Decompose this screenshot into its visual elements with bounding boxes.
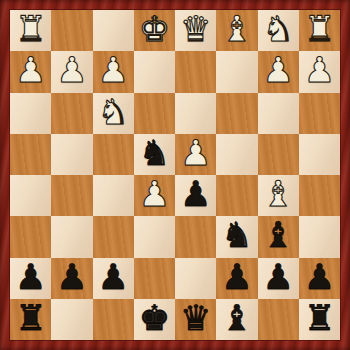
square-d2[interactable] <box>175 51 216 92</box>
square-b3[interactable] <box>258 93 299 134</box>
square-g1[interactable] <box>51 10 92 51</box>
white-pawn-f2[interactable]: ♟ <box>97 50 128 91</box>
black-pawn-c7[interactable]: ♟ <box>221 257 252 298</box>
white-rook-h1[interactable]: ♜ <box>15 9 46 50</box>
square-b4[interactable] <box>258 134 299 175</box>
square-b2[interactable]: ♟ <box>258 51 299 92</box>
square-g5[interactable] <box>51 175 92 216</box>
black-queen-d8[interactable]: ♛ <box>180 298 211 339</box>
square-f6[interactable] <box>93 216 134 257</box>
square-f7[interactable]: ♟ <box>93 258 134 299</box>
square-e3[interactable] <box>134 93 175 134</box>
square-b8[interactable] <box>258 299 299 340</box>
square-c5[interactable] <box>216 175 257 216</box>
white-pawn-h2[interactable]: ♟ <box>15 50 46 91</box>
white-bishop-b5[interactable]: ♝ <box>262 174 293 215</box>
black-rook-a8[interactable]: ♜ <box>304 298 335 339</box>
square-f5[interactable] <box>93 175 134 216</box>
white-queen-d1[interactable]: ♛ <box>180 9 211 50</box>
square-c6[interactable]: ♞ <box>216 216 257 257</box>
square-a1[interactable]: ♜ <box>299 10 340 51</box>
square-h4[interactable] <box>10 134 51 175</box>
square-g7[interactable]: ♟ <box>51 258 92 299</box>
square-h1[interactable]: ♜ <box>10 10 51 51</box>
chess-board: ♜♚♛♝♞♜♟♟♟♟♟♞♞♟♟♟♝♞♝♟♟♟♟♟♟♜♚♛♝♜ <box>10 10 340 340</box>
square-h7[interactable]: ♟ <box>10 258 51 299</box>
square-g2[interactable]: ♟ <box>51 51 92 92</box>
black-rook-h8[interactable]: ♜ <box>15 298 46 339</box>
square-d4[interactable]: ♟ <box>175 134 216 175</box>
square-g6[interactable] <box>51 216 92 257</box>
white-pawn-a2[interactable]: ♟ <box>304 50 335 91</box>
white-bishop-c1[interactable]: ♝ <box>221 9 252 50</box>
square-e1[interactable]: ♚ <box>134 10 175 51</box>
square-a4[interactable] <box>299 134 340 175</box>
square-b7[interactable]: ♟ <box>258 258 299 299</box>
square-e4[interactable]: ♞ <box>134 134 175 175</box>
square-f2[interactable]: ♟ <box>93 51 134 92</box>
square-c3[interactable] <box>216 93 257 134</box>
white-knight-f3[interactable]: ♞ <box>97 92 128 133</box>
square-f8[interactable] <box>93 299 134 340</box>
white-pawn-e5[interactable]: ♟ <box>139 174 170 215</box>
square-c7[interactable]: ♟ <box>216 258 257 299</box>
chess-board-frame: ♜♚♛♝♞♜♟♟♟♟♟♞♞♟♟♟♝♞♝♟♟♟♟♟♟♜♚♛♝♜ <box>0 0 350 350</box>
black-pawn-d5[interactable]: ♟ <box>180 174 211 215</box>
black-pawn-f7[interactable]: ♟ <box>97 257 128 298</box>
square-f4[interactable] <box>93 134 134 175</box>
square-e2[interactable] <box>134 51 175 92</box>
square-c1[interactable]: ♝ <box>216 10 257 51</box>
square-d8[interactable]: ♛ <box>175 299 216 340</box>
white-pawn-b2[interactable]: ♟ <box>262 50 293 91</box>
square-f1[interactable] <box>93 10 134 51</box>
black-pawn-h7[interactable]: ♟ <box>15 257 46 298</box>
square-f3[interactable]: ♞ <box>93 93 134 134</box>
black-pawn-b7[interactable]: ♟ <box>262 257 293 298</box>
white-pawn-d4[interactable]: ♟ <box>180 133 211 174</box>
black-bishop-b6[interactable]: ♝ <box>262 215 293 256</box>
square-h5[interactable] <box>10 175 51 216</box>
white-knight-b1[interactable]: ♞ <box>262 9 293 50</box>
square-a5[interactable] <box>299 175 340 216</box>
square-e6[interactable] <box>134 216 175 257</box>
square-e8[interactable]: ♚ <box>134 299 175 340</box>
square-h3[interactable] <box>10 93 51 134</box>
square-b1[interactable]: ♞ <box>258 10 299 51</box>
square-a3[interactable] <box>299 93 340 134</box>
square-d3[interactable] <box>175 93 216 134</box>
square-a7[interactable]: ♟ <box>299 258 340 299</box>
square-c4[interactable] <box>216 134 257 175</box>
square-a2[interactable]: ♟ <box>299 51 340 92</box>
square-e7[interactable] <box>134 258 175 299</box>
square-a8[interactable]: ♜ <box>299 299 340 340</box>
square-h6[interactable] <box>10 216 51 257</box>
white-king-e1[interactable]: ♚ <box>139 9 170 50</box>
square-b6[interactable]: ♝ <box>258 216 299 257</box>
black-pawn-g7[interactable]: ♟ <box>56 257 87 298</box>
square-d7[interactable] <box>175 258 216 299</box>
square-d1[interactable]: ♛ <box>175 10 216 51</box>
square-g4[interactable] <box>51 134 92 175</box>
square-d5[interactable]: ♟ <box>175 175 216 216</box>
black-bishop-c8[interactable]: ♝ <box>221 298 252 339</box>
square-h8[interactable]: ♜ <box>10 299 51 340</box>
square-c8[interactable]: ♝ <box>216 299 257 340</box>
square-g3[interactable] <box>51 93 92 134</box>
black-king-e8[interactable]: ♚ <box>139 298 170 339</box>
white-rook-a1[interactable]: ♜ <box>304 9 335 50</box>
square-c2[interactable] <box>216 51 257 92</box>
square-g8[interactable] <box>51 299 92 340</box>
square-d6[interactable] <box>175 216 216 257</box>
square-e5[interactable]: ♟ <box>134 175 175 216</box>
square-b5[interactable]: ♝ <box>258 175 299 216</box>
black-pawn-a7[interactable]: ♟ <box>304 257 335 298</box>
square-h2[interactable]: ♟ <box>10 51 51 92</box>
square-a6[interactable] <box>299 216 340 257</box>
black-knight-e4[interactable]: ♞ <box>139 133 170 174</box>
white-pawn-g2[interactable]: ♟ <box>56 50 87 91</box>
black-knight-c6[interactable]: ♞ <box>221 215 252 256</box>
